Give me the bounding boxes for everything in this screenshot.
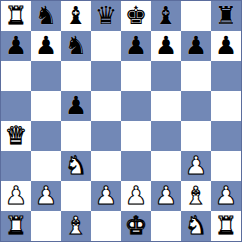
square-e4[interactable]: [121, 121, 151, 151]
square-h2[interactable]: ♟: [211, 181, 241, 211]
square-a8[interactable]: ♜: [1, 1, 31, 31]
square-d7[interactable]: [91, 31, 121, 61]
piece-white-queen[interactable]: ♛: [5, 123, 27, 148]
square-a6[interactable]: [1, 61, 31, 91]
square-g6[interactable]: [181, 61, 211, 91]
square-d6[interactable]: [91, 61, 121, 91]
square-d3[interactable]: [91, 151, 121, 181]
square-h5[interactable]: [211, 91, 241, 121]
piece-white-pawn[interactable]: ♟: [125, 183, 147, 208]
square-c8[interactable]: ♝: [61, 1, 91, 31]
piece-white-pawn[interactable]: ♟: [95, 183, 117, 208]
square-g2[interactable]: ♝: [181, 181, 211, 211]
piece-black-pawn[interactable]: ♟: [155, 33, 177, 58]
square-d4[interactable]: [91, 121, 121, 151]
square-g8[interactable]: [181, 1, 211, 31]
square-e2[interactable]: ♟: [121, 181, 151, 211]
piece-white-king[interactable]: ♚: [125, 213, 147, 238]
square-e1[interactable]: ♚: [121, 211, 151, 241]
square-h8[interactable]: ♜: [211, 1, 241, 31]
piece-white-pawn[interactable]: ♟: [185, 153, 207, 178]
square-e3[interactable]: [121, 151, 151, 181]
piece-black-pawn[interactable]: ♟: [215, 33, 237, 58]
piece-white-rook[interactable]: ♜: [5, 3, 27, 28]
piece-white-pawn[interactable]: ♟: [5, 183, 27, 208]
piece-white-pawn[interactable]: ♟: [155, 183, 177, 208]
square-c4[interactable]: [61, 121, 91, 151]
piece-black-bishop[interactable]: ♝: [155, 3, 177, 28]
piece-white-rook[interactable]: ♜: [215, 213, 237, 238]
square-f8[interactable]: ♝: [151, 1, 181, 31]
square-b4[interactable]: [31, 121, 61, 151]
square-a1[interactable]: ♜: [1, 211, 31, 241]
square-g4[interactable]: [181, 121, 211, 151]
piece-white-pawn[interactable]: ♟: [215, 183, 237, 208]
piece-black-pawn[interactable]: ♟: [35, 33, 57, 58]
piece-black-pawn[interactable]: ♟: [65, 93, 87, 118]
square-a5[interactable]: [1, 91, 31, 121]
square-c7[interactable]: ♞: [61, 31, 91, 61]
square-f4[interactable]: [151, 121, 181, 151]
piece-black-king[interactable]: ♚: [125, 3, 147, 28]
square-b3[interactable]: [31, 151, 61, 181]
square-b5[interactable]: [31, 91, 61, 121]
square-e7[interactable]: ♟: [121, 31, 151, 61]
square-g1[interactable]: ♞: [181, 211, 211, 241]
piece-white-bishop[interactable]: ♝: [65, 213, 87, 238]
square-h1[interactable]: ♜: [211, 211, 241, 241]
square-f3[interactable]: [151, 151, 181, 181]
square-h7[interactable]: ♟: [211, 31, 241, 61]
piece-black-knight[interactable]: ♞: [35, 3, 57, 28]
square-b2[interactable]: ♟: [31, 181, 61, 211]
piece-black-pawn[interactable]: ♟: [125, 33, 147, 58]
square-b7[interactable]: ♟: [31, 31, 61, 61]
square-f6[interactable]: [151, 61, 181, 91]
square-e6[interactable]: [121, 61, 151, 91]
square-d8[interactable]: ♛: [91, 1, 121, 31]
square-h4[interactable]: [211, 121, 241, 151]
square-b1[interactable]: [31, 211, 61, 241]
piece-white-knight[interactable]: ♞: [185, 213, 207, 238]
square-c3[interactable]: ♞: [61, 151, 91, 181]
piece-white-pawn[interactable]: ♟: [35, 183, 57, 208]
square-d2[interactable]: ♟: [91, 181, 121, 211]
square-f2[interactable]: ♟: [151, 181, 181, 211]
square-g5[interactable]: [181, 91, 211, 121]
square-a2[interactable]: ♟: [1, 181, 31, 211]
square-c6[interactable]: [61, 61, 91, 91]
square-g7[interactable]: ♟: [181, 31, 211, 61]
square-g3[interactable]: ♟: [181, 151, 211, 181]
piece-black-bishop[interactable]: ♝: [65, 3, 87, 28]
square-a7[interactable]: ♟: [1, 31, 31, 61]
piece-black-queen[interactable]: ♛: [95, 3, 117, 28]
square-f7[interactable]: ♟: [151, 31, 181, 61]
square-b8[interactable]: ♞: [31, 1, 61, 31]
square-b6[interactable]: [31, 61, 61, 91]
square-d5[interactable]: [91, 91, 121, 121]
square-d1[interactable]: [91, 211, 121, 241]
piece-white-bishop[interactable]: ♝: [185, 183, 207, 208]
piece-black-rook[interactable]: ♜: [215, 3, 237, 28]
piece-black-pawn[interactable]: ♟: [5, 33, 27, 58]
square-h6[interactable]: [211, 61, 241, 91]
piece-black-knight[interactable]: ♞: [65, 33, 87, 58]
square-h3[interactable]: [211, 151, 241, 181]
square-c2[interactable]: [61, 181, 91, 211]
chess-board: ♜♞♝♛♚♝♜♟♟♞♟♟♟♟♟♛♞♟♟♟♟♟♟♝♟♜♝♚♞♜: [0, 0, 242, 242]
piece-white-knight[interactable]: ♞: [65, 153, 87, 178]
square-f1[interactable]: [151, 211, 181, 241]
square-e8[interactable]: ♚: [121, 1, 151, 31]
piece-black-pawn[interactable]: ♟: [185, 33, 207, 58]
square-f5[interactable]: [151, 91, 181, 121]
square-a4[interactable]: ♛: [1, 121, 31, 151]
square-c1[interactable]: ♝: [61, 211, 91, 241]
square-a3[interactable]: [1, 151, 31, 181]
square-e5[interactable]: [121, 91, 151, 121]
piece-white-rook[interactable]: ♜: [5, 213, 27, 238]
square-c5[interactable]: ♟: [61, 91, 91, 121]
